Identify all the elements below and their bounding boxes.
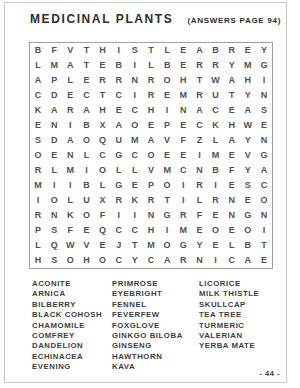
grid-cell-r7c3: A xyxy=(62,133,78,148)
grid-cell-r13c11: E xyxy=(191,223,207,238)
grid-cell-r9c15: A xyxy=(256,163,272,178)
page-header: MEDICINAL PLANTS (ANSWERS PAGE 94) xyxy=(30,12,281,26)
grid-cell-r1c12: B xyxy=(207,43,223,58)
grid-cell-r7c10: F xyxy=(175,133,191,148)
grid-cell-r2c8: L xyxy=(143,58,159,73)
grid-cell-r11c15: O xyxy=(256,193,272,208)
grid-cell-r7c15: N xyxy=(256,133,272,148)
grid-cell-r10c10: I xyxy=(175,178,191,193)
grid-cell-r14c10: G xyxy=(175,238,191,253)
grid-cell-r4c11: R xyxy=(191,88,207,103)
grid-cell-r13c6: C xyxy=(111,223,127,238)
grid-cell-r5c13: E xyxy=(224,103,240,118)
grid-cell-r3c10: H xyxy=(175,73,191,88)
grid-cell-r2c7: I xyxy=(127,58,143,73)
grid-cell-r4c13: T xyxy=(224,88,240,103)
grid-cell-r9c14: Y xyxy=(240,163,256,178)
word-list-item: TEA TREE xyxy=(199,310,288,320)
grid-cell-r15c10: R xyxy=(175,253,191,268)
grid-cell-r1c7: S xyxy=(127,43,143,58)
grid-cell-r10c3: I xyxy=(62,178,78,193)
word-list-item: FOXGLOVE xyxy=(112,321,199,331)
word-list-item: CHAMOMILE xyxy=(32,321,112,331)
grid-cell-r8c10: E xyxy=(175,148,191,163)
grid-cell-r11c6: R xyxy=(111,193,127,208)
grid-cell-r9c10: C xyxy=(175,163,191,178)
grid-cell-r4c15: N xyxy=(256,88,272,103)
grid-cell-r7c7: M xyxy=(127,133,143,148)
grid-cell-r4c2: D xyxy=(46,88,62,103)
grid-cell-r12c14: G xyxy=(240,208,256,223)
grid-cell-r13c5: Q xyxy=(95,223,111,238)
grid-cell-r5c15: S xyxy=(256,103,272,118)
grid-cell-r1c1: B xyxy=(30,43,46,58)
grid-cell-r15c5: O xyxy=(95,253,111,268)
grid-cell-r5c10: N xyxy=(175,103,191,118)
grid-cell-r6c12: K xyxy=(207,118,223,133)
grid-cell-r9c13: F xyxy=(224,163,240,178)
grid-cell-r3c11: T xyxy=(191,73,207,88)
grid-cell-r9c7: L xyxy=(127,163,143,178)
grid-cell-r2c9: B xyxy=(159,58,175,73)
grid-cell-r5c6: E xyxy=(111,103,127,118)
grid-cell-r11c1: I xyxy=(30,193,46,208)
grid-cell-r9c11: N xyxy=(191,163,207,178)
grid-cell-r8c14: V xyxy=(240,148,256,163)
page-number: - 44 - xyxy=(259,369,280,378)
grid-cell-r9c1: R xyxy=(30,163,46,178)
grid-cell-r2c1: L xyxy=(30,58,46,73)
grid-cell-r6c13: H xyxy=(224,118,240,133)
grid-cell-r7c13: A xyxy=(224,133,240,148)
grid-cell-r5c14: A xyxy=(240,103,256,118)
grid-cell-r9c5: O xyxy=(95,163,111,178)
grid-cell-r1c10: E xyxy=(175,43,191,58)
grid-cell-r11c7: K xyxy=(127,193,143,208)
grid-cell-r1c8: T xyxy=(143,43,159,58)
grid-cell-r8c7: C xyxy=(127,148,143,163)
grid-cell-r11c4: U xyxy=(78,193,94,208)
grid-cell-r15c11: N xyxy=(191,253,207,268)
answers-page-note: (ANSWERS PAGE 94) xyxy=(187,16,281,25)
grid-cell-r7c11: Z xyxy=(191,133,207,148)
grid-cell-r1c14: E xyxy=(240,43,256,58)
grid-cell-r4c3: E xyxy=(62,88,78,103)
grid-cell-r10c12: I xyxy=(207,178,223,193)
grid-cell-r8c15: G xyxy=(256,148,272,163)
grid-cell-r14c9: O xyxy=(159,238,175,253)
grid-cell-r4c5: T xyxy=(95,88,111,103)
grid-cell-r1c6: I xyxy=(111,43,127,58)
grid-cell-r12c7: I xyxy=(127,208,143,223)
grid-cell-r11c9: T xyxy=(159,193,175,208)
word-list-item: GINSENG xyxy=(112,341,199,351)
grid-cell-r3c3: L xyxy=(62,73,78,88)
grid-cell-r15c7: Y xyxy=(127,253,143,268)
grid-cell-r3c4: E xyxy=(78,73,94,88)
grid-cell-r14c7: T xyxy=(127,238,143,253)
grid-cell-r7c6: U xyxy=(111,133,127,148)
word-list-item: FEVERFEW xyxy=(112,310,199,320)
grid-cell-r7c1: S xyxy=(30,133,46,148)
grid-cell-r15c14: A xyxy=(240,253,256,268)
grid-cell-r4c1: C xyxy=(30,88,46,103)
grid-cell-r5c3: R xyxy=(62,103,78,118)
grid-cell-r3c8: R xyxy=(143,73,159,88)
word-list-item: YERBA MATE xyxy=(199,341,288,351)
grid-cell-r13c15: I xyxy=(256,223,272,238)
grid-cell-r13c2: S xyxy=(46,223,62,238)
grid-cell-r5c7: C xyxy=(127,103,143,118)
word-list-item: PRIMROSE xyxy=(112,279,199,289)
grid-cell-r14c3: W xyxy=(62,238,78,253)
grid-cell-r10c6: G xyxy=(111,178,127,193)
grid-cell-r9c12: B xyxy=(207,163,223,178)
grid-cell-r1c9: L xyxy=(159,43,175,58)
grid-cell-r11c11: L xyxy=(191,193,207,208)
grid-cell-r14c11: Y xyxy=(191,238,207,253)
grid-cell-r3c14: H xyxy=(240,73,256,88)
grid-cell-r6c10: E xyxy=(175,118,191,133)
grid-cell-r3c7: N xyxy=(127,73,143,88)
grid-cell-r4c10: M xyxy=(175,88,191,103)
grid-cell-r4c9: E xyxy=(159,88,175,103)
grid-cell-r12c13: N xyxy=(224,208,240,223)
puzzle-page: MEDICINAL PLANTS (ANSWERS PAGE 94) BFVTH… xyxy=(0,0,300,388)
grid-cell-r14c8: M xyxy=(143,238,159,253)
grid-cell-r14c13: L xyxy=(224,238,240,253)
grid-cell-r1c2: F xyxy=(46,43,62,58)
grid-cell-r13c1: P xyxy=(30,223,46,238)
grid-cell-r15c4: H xyxy=(78,253,94,268)
grid-cell-r10c8: P xyxy=(143,178,159,193)
grid-cell-r6c3: I xyxy=(62,118,78,133)
grid-cell-r6c6: A xyxy=(111,118,127,133)
grid-cell-r3c9: O xyxy=(159,73,175,88)
grid-cell-r2c15: G xyxy=(256,58,272,73)
grid-cell-r2c10: E xyxy=(175,58,191,73)
grid-cell-r12c6: I xyxy=(111,208,127,223)
grid-cell-r8c11: I xyxy=(191,148,207,163)
grid-cell-r6c4: B xyxy=(78,118,94,133)
word-list-item: GINKGO BILOBA xyxy=(112,331,199,341)
grid-cell-r9c8: V xyxy=(143,163,159,178)
grid-cell-r4c6: C xyxy=(111,88,127,103)
grid-cell-r11c3: L xyxy=(62,193,78,208)
grid-cell-r15c2: S xyxy=(46,253,62,268)
grid-cell-r5c2: A xyxy=(46,103,62,118)
grid-cell-r13c12: O xyxy=(207,223,223,238)
grid-cell-r11c5: X xyxy=(95,193,111,208)
grid-cell-r2c3: A xyxy=(62,58,78,73)
grid-cell-r13c14: O xyxy=(240,223,256,238)
grid-cell-r15c1: H xyxy=(30,253,46,268)
grid-cell-r1c11: A xyxy=(191,43,207,58)
grid-cell-r6c5: X xyxy=(95,118,111,133)
word-list-item: DANDELION xyxy=(32,341,112,351)
grid-cell-r7c8: A xyxy=(143,133,159,148)
grid-cell-r12c12: E xyxy=(207,208,223,223)
grid-cell-r7c9: V xyxy=(159,133,175,148)
grid-cell-r7c2: D xyxy=(46,133,62,148)
grid-cell-r2c5: E xyxy=(95,58,111,73)
grid-cell-r5c9: I xyxy=(159,103,175,118)
grid-cell-r4c12: U xyxy=(207,88,223,103)
grid-cell-r12c4: O xyxy=(78,208,94,223)
grid-cell-r13c3: F xyxy=(62,223,78,238)
word-list-item: EVENING xyxy=(32,362,112,372)
grid-cell-r3c13: A xyxy=(224,73,240,88)
grid-cell-r8c1: O xyxy=(30,148,46,163)
grid-cell-r3c12: W xyxy=(207,73,223,88)
grid-cell-r1c15: Y xyxy=(256,43,272,58)
grid-cell-r8c8: O xyxy=(143,148,159,163)
grid-cell-r10c4: B xyxy=(78,178,94,193)
grid-cell-r2c2: M xyxy=(46,58,62,73)
grid-cell-r8c9: E xyxy=(159,148,175,163)
grid-cell-r2c13: Y xyxy=(224,58,240,73)
word-list-item: BILBERRY xyxy=(32,300,112,310)
grid-cell-r6c9: P xyxy=(159,118,175,133)
grid-cell-r2c14: M xyxy=(240,58,256,73)
grid-cell-r5c4: A xyxy=(78,103,94,118)
grid-cell-r15c9: A xyxy=(159,253,175,268)
word-list-column-2: PRIMROSEEYEBRIGHTFENNELFEVERFEWFOXGLOVEG… xyxy=(112,279,199,373)
grid-cell-r4c7: I xyxy=(127,88,143,103)
grid-cell-r8c5: C xyxy=(95,148,111,163)
word-list-item: KAVA xyxy=(112,362,199,372)
grid-cell-r5c1: K xyxy=(30,103,46,118)
word-list-column-3: LICORICEMILK THISTLESKULLCAPTEA TREETURM… xyxy=(199,279,288,352)
grid-cell-r11c12: R xyxy=(207,193,223,208)
word-list-item: TURMERIC xyxy=(199,321,288,331)
grid-cell-r12c15: N xyxy=(256,208,272,223)
grid-cell-r6c7: O xyxy=(127,118,143,133)
grid-cell-r9c4: I xyxy=(78,163,94,178)
grid-cell-r12c5: F xyxy=(95,208,111,223)
grid-cell-r11c2: O xyxy=(46,193,62,208)
grid-cell-r14c5: E xyxy=(95,238,111,253)
grid-cell-r8c12: M xyxy=(207,148,223,163)
grid-cell-r14c1: L xyxy=(30,238,46,253)
grid-cell-r12c3: K xyxy=(62,208,78,223)
grid-cell-r2c11: R xyxy=(191,58,207,73)
grid-cell-r9c9: M xyxy=(159,163,175,178)
grid-cell-r2c12: R xyxy=(207,58,223,73)
grid-cell-r6c11: C xyxy=(191,118,207,133)
grid-cell-r15c13: C xyxy=(224,253,240,268)
word-list-item: MILK THISTLE xyxy=(199,289,288,299)
grid-cell-r15c6: C xyxy=(111,253,127,268)
grid-cell-r14c4: V xyxy=(78,238,94,253)
grid-cell-r10c15: C xyxy=(256,178,272,193)
grid-cell-r5c8: H xyxy=(143,103,159,118)
grid-cell-r9c6: L xyxy=(111,163,127,178)
grid-cell-r10c13: E xyxy=(224,178,240,193)
grid-cell-r3c5: R xyxy=(95,73,111,88)
word-list-item: COMFREY xyxy=(32,331,112,341)
grid-cell-r8c3: N xyxy=(62,148,78,163)
grid-cell-r8c2: E xyxy=(46,148,62,163)
grid-cell-r6c8: E xyxy=(143,118,159,133)
grid-cell-r10c9: O xyxy=(159,178,175,193)
grid-cell-r15c15: E xyxy=(256,253,272,268)
grid-cell-r10c11: R xyxy=(191,178,207,193)
grid-cell-r10c14: S xyxy=(240,178,256,193)
word-list-item: ACONITE xyxy=(32,279,112,289)
grid-cell-r13c13: E xyxy=(224,223,240,238)
word-list-column-1: ACONITEARNICABILBERRYBLACK COHOSHCHAMOMI… xyxy=(32,279,112,373)
grid-cell-r12c9: G xyxy=(159,208,175,223)
grid-cell-r12c8: N xyxy=(143,208,159,223)
grid-cell-r10c1: M xyxy=(30,178,46,193)
grid-cell-r9c3: M xyxy=(62,163,78,178)
grid-cell-r6c14: W xyxy=(240,118,256,133)
word-list-item: ARNICA xyxy=(32,289,112,299)
grid-cell-r6c2: N xyxy=(46,118,62,133)
grid-cell-r7c14: Y xyxy=(240,133,256,148)
word-list-item: ECHINACEA xyxy=(32,352,112,362)
word-list-item: LICORICE xyxy=(199,279,288,289)
grid-cell-r14c12: E xyxy=(207,238,223,253)
grid-cell-r15c12: I xyxy=(207,253,223,268)
grid-cell-r14c14: B xyxy=(240,238,256,253)
word-list-item: HAWTHORN xyxy=(112,352,199,362)
grid-cell-r11c8: R xyxy=(143,193,159,208)
grid-cell-r8c4: L xyxy=(78,148,94,163)
grid-cell-r2c6: B xyxy=(111,58,127,73)
grid-cell-r7c12: L xyxy=(207,133,223,148)
grid-cell-r3c2: P xyxy=(46,73,62,88)
word-list-item: EYEBRIGHT xyxy=(112,289,199,299)
word-list-item: SKULLCAP xyxy=(199,300,288,310)
grid-cell-r3c15: I xyxy=(256,73,272,88)
grid-cell-r13c4: E xyxy=(78,223,94,238)
grid-cell-r12c2: N xyxy=(46,208,62,223)
grid-cell-r1c5: H xyxy=(95,43,111,58)
grid-cell-r11c10: I xyxy=(175,193,191,208)
grid-cell-r13c10: M xyxy=(175,223,191,238)
grid-cell-r11c13: N xyxy=(224,193,240,208)
grid-cell-r5c5: H xyxy=(95,103,111,118)
grid-cell-r8c6: G xyxy=(111,148,127,163)
grid-cell-r5c12: C xyxy=(207,103,223,118)
grid-cell-r4c4: C xyxy=(78,88,94,103)
grid-cell-r12c1: R xyxy=(30,208,46,223)
puzzle-title: MEDICINAL PLANTS xyxy=(30,12,173,26)
grid-cell-r14c6: J xyxy=(111,238,127,253)
word-search-grid: BFVTHISTLEABREYLMATEBILBERRYMGAPLERRNROH… xyxy=(29,42,273,269)
grid-cell-r12c10: R xyxy=(175,208,191,223)
grid-cell-r10c2: I xyxy=(46,178,62,193)
grid-cell-r10c7: E xyxy=(127,178,143,193)
grid-cell-r12c11: F xyxy=(191,208,207,223)
grid-cell-r15c3: O xyxy=(62,253,78,268)
grid-cell-r7c5: Q xyxy=(95,133,111,148)
grid-cell-r13c7: C xyxy=(127,223,143,238)
word-list-item: VALERIAN xyxy=(199,331,288,341)
grid-cell-r11c14: E xyxy=(240,193,256,208)
grid-cell-r1c13: R xyxy=(224,43,240,58)
grid-cell-r2c4: T xyxy=(78,58,94,73)
grid-cell-r13c9: I xyxy=(159,223,175,238)
word-list-item: FENNEL xyxy=(112,300,199,310)
grid-cell-r4c8: R xyxy=(143,88,159,103)
word-list-item: BLACK COHOSH xyxy=(32,310,112,320)
grid-cell-r6c15: E xyxy=(256,118,272,133)
grid-cell-r13c8: H xyxy=(143,223,159,238)
grid-cell-r15c8: C xyxy=(143,253,159,268)
grid-cell-r3c1: A xyxy=(30,73,46,88)
grid-cell-r9c2: L xyxy=(46,163,62,178)
word-list: ACONITEARNICABILBERRYBLACK COHOSHCHAMOMI… xyxy=(32,279,288,373)
grid-cell-r7c4: O xyxy=(78,133,94,148)
grid-cell-r3c6: R xyxy=(111,73,127,88)
grid-cell-r10c5: L xyxy=(95,178,111,193)
grid-cell-r6c1: E xyxy=(30,118,46,133)
grid-cell-r14c15: T xyxy=(256,238,272,253)
grid-cell-r1c3: V xyxy=(62,43,78,58)
grid-cell-r14c2: Q xyxy=(46,238,62,253)
grid-cell-r4c14: Y xyxy=(240,88,256,103)
grid-cell-r1c4: T xyxy=(78,43,94,58)
grid-cell-r8c13: E xyxy=(224,148,240,163)
grid-cell-r5c11: A xyxy=(191,103,207,118)
